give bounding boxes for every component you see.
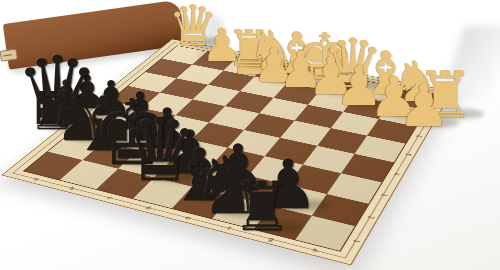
piece-black-r-a8: ♜ [232, 173, 293, 241]
piece-camel-p-a2: ♟ [398, 77, 450, 135]
product-photo-scene: abcdefgh 87654321 ♛♟♟♜♞♟♝♟♚♟♛♟♝♟♞♟♜♛♟♜♟♞… [0, 0, 500, 270]
